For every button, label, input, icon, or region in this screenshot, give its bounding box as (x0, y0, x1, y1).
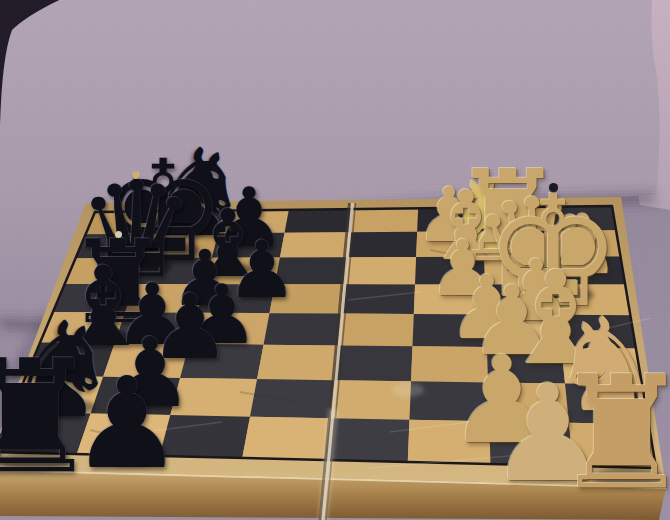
white-king-finial (549, 183, 558, 192)
black-rook: ♜ (0, 339, 100, 495)
black-rook-finial (115, 231, 122, 238)
white-rook: ♜ (552, 355, 670, 511)
chess-pieces-layer: ♞♟♟♞♚♝♜♛♟♝♛♟♟♚♟♟♜♟♝♟♟♟♟♝♟♞♞♟♟♜♟♜ (0, 0, 670, 520)
photo-chess-set-on-couch: ♞♟♟♞♚♝♜♛♟♝♛♟♟♚♟♟♜♟♝♟♟♟♟♝♟♞♞♟♟♜♟♜ (0, 0, 670, 520)
black-queen-finial (132, 171, 140, 179)
